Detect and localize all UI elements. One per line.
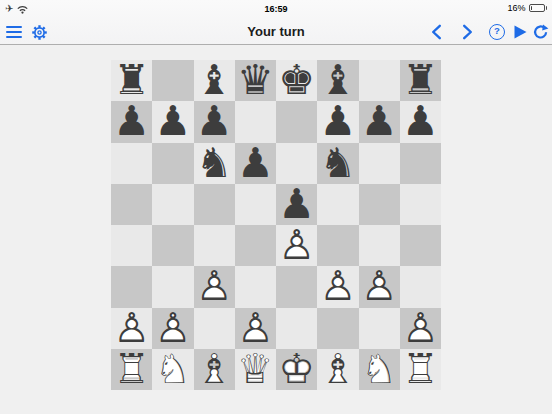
square-b6[interactable]: [152, 143, 193, 184]
square-a5[interactable]: [111, 184, 152, 225]
square-c6[interactable]: ♞: [194, 143, 235, 184]
white-pawn[interactable]: ♟♙: [400, 308, 441, 349]
square-h2[interactable]: ♟♙: [400, 308, 441, 349]
square-d3[interactable]: [235, 266, 276, 307]
white-pawn[interactable]: ♟♙: [152, 308, 193, 349]
square-h4[interactable]: [400, 225, 441, 266]
square-h6[interactable]: [400, 143, 441, 184]
square-b5[interactable]: [152, 184, 193, 225]
square-d7[interactable]: [235, 101, 276, 142]
square-d5[interactable]: [235, 184, 276, 225]
square-f3[interactable]: ♟♙: [317, 266, 358, 307]
piece-outline: ♙: [235, 308, 276, 349]
chevron-right-icon: [461, 24, 474, 40]
black-rook[interactable]: ♜: [111, 60, 152, 101]
piece-outline: ♘: [359, 349, 400, 390]
white-pawn[interactable]: ♟♙: [317, 266, 358, 307]
black-pawn[interactable]: ♟: [111, 101, 152, 142]
square-a7[interactable]: ♟: [111, 101, 152, 142]
square-b1[interactable]: ♞♘: [152, 349, 193, 390]
white-bishop[interactable]: ♝♗: [194, 349, 235, 390]
refresh-icon: [532, 24, 549, 41]
play-icon: [512, 24, 528, 40]
piece-outline: ♘: [152, 349, 193, 390]
black-pawn[interactable]: ♟: [276, 184, 317, 225]
square-a6[interactable]: [111, 143, 152, 184]
piece-outline: ♔: [276, 349, 317, 390]
black-knight[interactable]: ♞: [194, 143, 235, 184]
white-king[interactable]: ♚♔: [276, 349, 317, 390]
white-pawn[interactable]: ♟♙: [276, 225, 317, 266]
square-d2[interactable]: ♟♙: [235, 308, 276, 349]
chevron-left-icon: [430, 24, 443, 40]
square-e1[interactable]: ♚♔: [276, 349, 317, 390]
piece-outline: ♙: [152, 308, 193, 349]
square-h8[interactable]: ♜: [400, 60, 441, 101]
square-c8[interactable]: ♝: [194, 60, 235, 101]
black-pawn[interactable]: ♟: [317, 101, 358, 142]
square-a1[interactable]: ♜♖: [111, 349, 152, 390]
piece-outline: ♙: [276, 225, 317, 266]
square-c3[interactable]: ♟♙: [194, 266, 235, 307]
piece-outline: ♗: [317, 349, 358, 390]
square-d1[interactable]: ♛♕: [235, 349, 276, 390]
square-h3[interactable]: [400, 266, 441, 307]
white-queen[interactable]: ♛♕: [235, 349, 276, 390]
new-game-button[interactable]: [532, 24, 549, 41]
square-f1[interactable]: ♝♗: [317, 349, 358, 390]
square-f4[interactable]: [317, 225, 358, 266]
square-e3[interactable]: [276, 266, 317, 307]
square-e5[interactable]: ♟: [276, 184, 317, 225]
piece-outline: ♗: [194, 349, 235, 390]
status-bar: ✈ 16:59 16%: [0, 0, 552, 20]
app-screen: ✈ 16:59 16%: [0, 0, 552, 414]
square-a2[interactable]: ♟♙: [111, 308, 152, 349]
square-f7[interactable]: ♟: [317, 101, 358, 142]
piece-outline: ♙: [359, 266, 400, 307]
square-c2[interactable]: [194, 308, 235, 349]
black-bishop[interactable]: ♝: [194, 60, 235, 101]
square-c7[interactable]: ♟: [194, 101, 235, 142]
square-d4[interactable]: [235, 225, 276, 266]
white-pawn[interactable]: ♟♙: [359, 266, 400, 307]
square-h7[interactable]: ♟: [400, 101, 441, 142]
black-pawn[interactable]: ♟: [359, 101, 400, 142]
square-b3[interactable]: [152, 266, 193, 307]
white-pawn[interactable]: ♟♙: [111, 308, 152, 349]
black-pawn[interactable]: ♟: [235, 143, 276, 184]
square-f8[interactable]: ♝: [317, 60, 358, 101]
square-e6[interactable]: [276, 143, 317, 184]
square-a8[interactable]: ♜: [111, 60, 152, 101]
square-g7[interactable]: ♟: [359, 101, 400, 142]
square-f5[interactable]: [317, 184, 358, 225]
piece-outline: ♙: [111, 308, 152, 349]
black-rook[interactable]: ♜: [400, 60, 441, 101]
square-b2[interactable]: ♟♙: [152, 308, 193, 349]
square-h5[interactable]: [400, 184, 441, 225]
square-d8[interactable]: ♛: [235, 60, 276, 101]
square-g2[interactable]: [359, 308, 400, 349]
square-c1[interactable]: ♝♗: [194, 349, 235, 390]
question-mark-icon: ?: [489, 24, 505, 40]
previous-move-button[interactable]: [430, 24, 443, 40]
square-e2[interactable]: [276, 308, 317, 349]
black-pawn[interactable]: ♟: [152, 101, 193, 142]
square-g3[interactable]: ♟♙: [359, 266, 400, 307]
next-move-button[interactable]: [461, 24, 474, 40]
piece-outline: ♙: [400, 308, 441, 349]
white-rook[interactable]: ♜♖: [400, 349, 441, 390]
square-a4[interactable]: [111, 225, 152, 266]
square-g8[interactable]: [359, 60, 400, 101]
white-knight[interactable]: ♞♘: [152, 349, 193, 390]
square-c4[interactable]: [194, 225, 235, 266]
square-g6[interactable]: [359, 143, 400, 184]
black-queen[interactable]: ♛: [235, 60, 276, 101]
square-e8[interactable]: ♚: [276, 60, 317, 101]
black-knight[interactable]: ♞: [317, 143, 358, 184]
status-time: 16:59: [0, 4, 552, 14]
square-a3[interactable]: [111, 266, 152, 307]
square-h1[interactable]: ♜♖: [400, 349, 441, 390]
black-king[interactable]: ♚: [276, 60, 317, 101]
square-e7[interactable]: [276, 101, 317, 142]
square-c5[interactable]: [194, 184, 235, 225]
white-pawn[interactable]: ♟♙: [194, 266, 235, 307]
hint-button[interactable]: ?: [489, 24, 505, 40]
battery-percent: 16%: [507, 3, 525, 13]
black-bishop[interactable]: ♝: [317, 60, 358, 101]
piece-outline: ♕: [235, 349, 276, 390]
black-pawn[interactable]: ♟: [400, 101, 441, 142]
square-g4[interactable]: [359, 225, 400, 266]
white-rook[interactable]: ♜♖: [111, 349, 152, 390]
battery-icon: [529, 4, 548, 12]
black-pawn[interactable]: ♟: [194, 101, 235, 142]
square-g1[interactable]: ♞♘: [359, 349, 400, 390]
square-b8[interactable]: [152, 60, 193, 101]
square-g5[interactable]: [359, 184, 400, 225]
square-b7[interactable]: ♟: [152, 101, 193, 142]
play-button[interactable]: [512, 24, 528, 40]
toolbar-right: ?: [430, 20, 549, 44]
piece-outline: ♖: [400, 349, 441, 390]
top-bar: ✈ 16:59 16%: [0, 0, 552, 45]
piece-outline: ♖: [111, 349, 152, 390]
white-pawn[interactable]: ♟♙: [235, 308, 276, 349]
white-bishop[interactable]: ♝♗: [317, 349, 358, 390]
square-d6[interactable]: ♟: [235, 143, 276, 184]
piece-outline: ♙: [317, 266, 358, 307]
square-f6[interactable]: ♞: [317, 143, 358, 184]
white-knight[interactable]: ♞♘: [359, 349, 400, 390]
chess-board: ♜♝♛♚♝♜♟♟♟♟♟♟♞♟♞♟♟♙♟♙♟♙♟♙♟♙♟♙♟♙♟♙♜♖♞♘♝♗♛♕…: [111, 60, 441, 390]
toolbar: Your turn ?: [0, 20, 552, 44]
square-b4[interactable]: [152, 225, 193, 266]
status-right: 16%: [507, 3, 547, 13]
square-e4[interactable]: ♟♙: [276, 225, 317, 266]
piece-outline: ♙: [194, 266, 235, 307]
square-f2[interactable]: [317, 308, 358, 349]
